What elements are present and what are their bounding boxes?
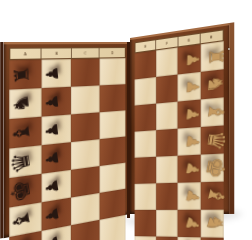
white-pawn-piece: ♟ [182,106,203,122]
black-knight-piece: ♞ [7,236,34,240]
right-wing-edge [229,22,234,214]
square-dark [135,157,156,184]
left-wing-squares: ♜♟♞♟♝♟♛♟♚♟♝♟♞♟♜♟ [9,58,125,240]
hinge-groove [127,42,130,218]
square-light: ♝ [9,202,41,237]
left-wing-inner: ABCD♜♟♞♟♝♟♛♟♚♟♝♟♞♟♜♟ABCD [9,47,125,231]
square-light [156,156,178,184]
square-dark: ♟ [178,155,201,183]
coordinate-label: H [210,35,213,39]
black-knight-piece: ♞ [8,92,34,115]
left-wing-edge [0,42,3,239]
square-dark: ♟ [178,100,201,129]
square-light [135,183,156,210]
coordinate-label: D [111,51,113,54]
square-dark [135,104,156,132]
square-light [156,210,178,237]
square-dark: ♚ [9,174,41,208]
white-bishop-piece: ♝ [202,183,231,208]
coordinate-label: E [144,44,146,48]
left-wing-board: ABCD♜♟♞♟♝♟♛♟♚♟♝♟♞♟♜♟ABCD [4,42,130,238]
square-dark [99,84,126,112]
square-light [135,236,156,240]
white-king-piece: ♚ [201,155,232,182]
white-pawn-piece: ♟ [182,186,204,205]
square-light: ♟ [41,170,71,203]
black-pawn-piece: ♟ [41,92,62,111]
black-pawn-piece: ♟ [41,120,62,140]
coordinate-label: G [187,38,190,42]
square-dark [71,59,99,87]
white-queen-piece: ♛ [202,128,231,152]
white-pawn-piece: ♟ [183,79,203,95]
square-dark [135,50,156,79]
square-light: ♟ [178,182,201,210]
square-dark: ♜ [9,60,41,90]
coordinate-label: A [25,52,27,56]
black-pawn-piece: ♟ [41,176,63,197]
square-dark [71,112,99,142]
coordinate-cell: A [10,49,42,59]
clasp-pin [228,48,230,50]
square-dark: ♛ [200,125,224,154]
square-dark [71,220,99,240]
square-dark [156,236,178,240]
coordinate-label: F [166,41,168,45]
black-bishop-piece: ♝ [7,120,36,146]
white-pawn-piece: ♟ [182,213,205,233]
black-pawn-piece: ♟ [41,232,63,240]
square-light [99,163,126,193]
white-knight-piece: ♞ [204,75,229,94]
square-dark: ♟ [41,87,71,117]
black-bishop-piece: ♝ [6,206,35,235]
square-light: ♚ [200,154,224,183]
product-photo-scene: ABCD♜♟♞♟♝♟♛♟♚♟♝♟♞♟♜♟ABCDEFGH♟♜♟♞♟♝♟♛♟♚♟♝… [0,0,252,240]
square-light: ♟ [41,114,71,145]
square-dark [156,75,178,104]
square-light [99,110,126,139]
square-light: ♜ [200,41,224,72]
square-dark: ♟ [178,210,201,238]
square-dark: ♟ [178,44,201,74]
square-dark: ♞ [9,231,41,240]
square-light [99,215,126,240]
square-light: ♛ [9,145,41,178]
coordinate-cell: C [71,48,99,58]
square-light: ♞ [200,210,224,238]
black-pawn-piece: ♟ [41,204,63,226]
square-light: ♟ [178,127,201,156]
square-light [99,58,126,85]
square-dark [99,189,126,220]
black-queen-piece: ♛ [6,148,36,177]
square-dark: ♟ [41,198,71,231]
square-light: ♟ [41,59,71,88]
white-bishop-piece: ♝ [203,102,230,122]
square-dark [135,210,156,237]
square-light [156,47,178,77]
right-wing: EFGH♟♜♟♞♟♝♟♛♟♚♟♝♟♞♟♜EFGH [130,38,230,214]
square-dark: ♝ [9,117,41,149]
left-wing: ABCD♜♟♞♟♝♟♛♟♚♟♝♟♞♟♜♟ABCD [2,42,130,214]
right-wing-squares: ♟♜♟♞♟♝♟♛♟♚♟♝♟♞♟♜ [135,41,224,240]
coordinate-cell: D [99,48,124,57]
square-light: ♞ [9,88,41,119]
square-dark [156,183,178,210]
square-light [135,130,156,158]
square-light [135,77,156,106]
white-rook-piece: ♜ [205,46,228,65]
right-wing-inner: EFGH♟♜♟♞♟♝♟♛♟♚♟♝♟♞♟♜EFGH [135,29,224,209]
black-king-piece: ♚ [5,176,37,207]
square-light [71,139,99,170]
white-pawn-piece: ♟ [182,160,204,178]
square-dark: ♝ [200,182,224,210]
white-pawn-piece: ♟ [182,133,203,150]
square-dark [156,129,178,157]
square-dark [99,136,126,166]
square-dark: ♟ [41,142,71,174]
coordinate-label: B [55,52,57,56]
square-light: ♟ [41,225,71,240]
right-wing-board: EFGH♟♜♟♞♟♝♟♛♟♚♟♝♟♞♟♜EFGH [130,23,229,214]
white-pawn-piece: ♟ [183,51,203,68]
coordinate-cell: B [42,48,72,58]
square-light: ♝ [200,97,224,127]
black-pawn-piece: ♟ [42,64,63,82]
square-light: ♟ [178,72,201,102]
black-pawn-piece: ♟ [41,148,62,169]
black-rook-piece: ♜ [9,64,34,85]
square-dark: ♞ [200,69,224,99]
square-light [71,85,99,114]
square-light [156,102,178,131]
square-dark [71,166,99,197]
coordinate-label: C [84,51,86,55]
square-light [71,193,99,225]
